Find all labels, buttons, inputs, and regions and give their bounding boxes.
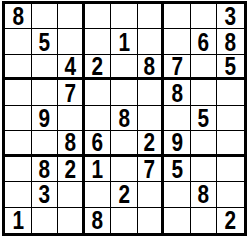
cell-r8c8[interactable]: 8 (191, 182, 218, 207)
given-digit: 3 (225, 4, 237, 29)
cell-r8c5[interactable]: 2 (111, 182, 138, 207)
given-digit: 5 (198, 106, 210, 131)
cell-r1c3[interactable] (58, 4, 85, 29)
given-digit: 3 (39, 182, 51, 207)
cell-r7c4[interactable]: 1 (85, 157, 112, 182)
cell-r3c7[interactable]: 7 (164, 55, 191, 80)
cell-r5c6[interactable] (138, 106, 165, 131)
cell-r1c4[interactable] (85, 4, 112, 29)
cell-r4c5[interactable] (111, 80, 138, 105)
cell-r2c8[interactable]: 6 (191, 29, 218, 54)
cell-r3c3[interactable]: 4 (58, 55, 85, 80)
cell-r2c2[interactable]: 5 (32, 29, 59, 54)
cell-r6c2[interactable] (32, 131, 59, 156)
cell-r9c4[interactable]: 8 (85, 208, 112, 233)
given-digit: 2 (144, 131, 156, 155)
given-digit: 2 (225, 208, 237, 233)
cell-r5c8[interactable]: 5 (191, 106, 218, 131)
cell-r4c7[interactable]: 8 (164, 80, 191, 105)
given-digit: 8 (198, 182, 210, 207)
given-digit: 6 (198, 29, 210, 54)
cell-r5c3[interactable] (58, 106, 85, 131)
cell-r6c3[interactable]: 8 (58, 131, 85, 156)
cell-r4c3[interactable]: 7 (58, 80, 85, 105)
cell-r8c4[interactable] (85, 182, 112, 207)
cell-r8c3[interactable] (58, 182, 85, 207)
cell-r3c9[interactable]: 5 (217, 55, 244, 80)
cell-r1c6[interactable] (138, 4, 165, 29)
cell-r4c2[interactable] (32, 80, 59, 105)
cell-r1c8[interactable] (191, 4, 218, 29)
given-digit: 8 (92, 208, 104, 233)
cell-r3c4[interactable]: 2 (85, 55, 112, 80)
cell-r9c6[interactable] (138, 208, 165, 233)
cell-r7c1[interactable] (5, 157, 32, 182)
given-digit: 7 (171, 55, 183, 79)
cell-r6c6[interactable]: 2 (138, 131, 165, 156)
cell-r4c9[interactable] (217, 80, 244, 105)
cell-r8c2[interactable]: 3 (32, 182, 59, 207)
cell-r9c2[interactable] (32, 208, 59, 233)
cell-r8c1[interactable] (5, 182, 32, 207)
cell-r6c4[interactable]: 6 (85, 131, 112, 156)
cell-r6c8[interactable] (191, 131, 218, 156)
cell-r1c1[interactable]: 8 (5, 4, 32, 29)
cell-r9c3[interactable] (58, 208, 85, 233)
sudoku-board: 8351684287578985862982175328182 (2, 1, 247, 236)
given-digit: 2 (118, 182, 130, 207)
cell-r9c5[interactable] (111, 208, 138, 233)
cell-r2c9[interactable]: 8 (217, 29, 244, 54)
given-digit: 2 (64, 157, 76, 182)
given-digit: 7 (144, 157, 156, 182)
cell-r3c8[interactable] (191, 55, 218, 80)
cell-r9c9[interactable]: 2 (217, 208, 244, 233)
cell-r1c9[interactable]: 3 (217, 4, 244, 29)
cell-r4c8[interactable] (191, 80, 218, 105)
cell-r7c7[interactable]: 5 (164, 157, 191, 182)
cell-r3c2[interactable] (32, 55, 59, 80)
given-digit: 8 (64, 131, 76, 155)
cell-r8c9[interactable] (217, 182, 244, 207)
cell-r1c5[interactable] (111, 4, 138, 29)
cell-r4c4[interactable] (85, 80, 112, 105)
cell-r1c2[interactable] (32, 4, 59, 29)
given-digit: 8 (118, 106, 130, 131)
cell-r1c7[interactable] (164, 4, 191, 29)
cell-r2c5[interactable]: 1 (111, 29, 138, 54)
given-digit: 9 (39, 106, 51, 131)
cell-r5c9[interactable] (217, 106, 244, 131)
cell-r9c1[interactable]: 1 (5, 208, 32, 233)
cell-r6c5[interactable] (111, 131, 138, 156)
cell-r2c3[interactable] (58, 29, 85, 54)
given-digit: 8 (225, 29, 237, 54)
given-digit: 7 (64, 80, 76, 105)
cell-r7c5[interactable] (111, 157, 138, 182)
given-digit: 5 (225, 55, 237, 79)
given-digit: 1 (92, 157, 104, 182)
cell-r3c1[interactable] (5, 55, 32, 80)
cell-r7c9[interactable] (217, 157, 244, 182)
cell-r6c9[interactable] (217, 131, 244, 156)
cell-r5c7[interactable] (164, 106, 191, 131)
cell-r3c5[interactable] (111, 55, 138, 80)
cell-r5c4[interactable] (85, 106, 112, 131)
cell-r7c6[interactable]: 7 (138, 157, 165, 182)
cell-r8c6[interactable] (138, 182, 165, 207)
given-digit: 4 (64, 55, 76, 79)
cell-r6c7[interactable]: 9 (164, 131, 191, 156)
cell-r4c6[interactable] (138, 80, 165, 105)
given-digit: 1 (118, 29, 130, 54)
cell-r9c7[interactable] (164, 208, 191, 233)
cell-r7c2[interactable]: 8 (32, 157, 59, 182)
given-digit: 5 (39, 29, 51, 54)
given-digit: 2 (92, 55, 104, 79)
given-digit: 9 (171, 131, 183, 155)
given-digit: 8 (171, 80, 183, 105)
given-digit: 8 (12, 4, 24, 29)
cell-r6c1[interactable] (5, 131, 32, 156)
cell-r2c4[interactable] (85, 29, 112, 54)
cell-r9c8[interactable] (191, 208, 218, 233)
cell-r2c6[interactable] (138, 29, 165, 54)
cell-r8c7[interactable] (164, 182, 191, 207)
cell-r5c1[interactable] (5, 106, 32, 131)
cell-r4c1[interactable] (5, 80, 32, 105)
cell-r7c8[interactable] (191, 157, 218, 182)
given-digit: 8 (144, 55, 156, 79)
given-digit: 6 (92, 131, 104, 155)
cell-r7c3[interactable]: 2 (58, 157, 85, 182)
cell-r5c5[interactable]: 8 (111, 106, 138, 131)
given-digit: 5 (171, 157, 183, 182)
given-digit: 1 (12, 208, 24, 233)
cell-r5c2[interactable]: 9 (32, 106, 59, 131)
given-digit: 8 (39, 157, 51, 182)
cell-r3c6[interactable]: 8 (138, 55, 165, 80)
cell-r2c7[interactable] (164, 29, 191, 54)
cell-r2c1[interactable] (5, 29, 32, 54)
